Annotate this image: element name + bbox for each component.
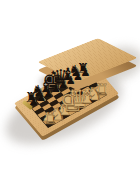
piece-white-pawn-g2: ♟ [49,106,60,118]
piece-black-pawn-d7: ♟ [58,79,68,90]
piece-white-pawn-b2: ♟ [86,86,97,98]
piece-white-pawn-f2: ♟ [57,102,68,114]
piece-black-rook-h8: ♜ [25,90,37,104]
piece-black-pawn-g7: ♟ [36,91,46,102]
piece-black-pawn-b7: ♟ [73,71,83,82]
piece-black-pawn-h7: ♟ [29,95,39,106]
piece-white-pawn-d2: ♟ [72,94,83,106]
piece-black-knight-b8: ♞ [68,64,82,79]
piece-black-knight-g8: ♞ [32,84,46,99]
piece-white-rook-a1: ♜ [95,82,109,98]
piece-black-pawn-f7: ♟ [44,87,54,98]
piece-white-knight-g1: ♞ [50,105,66,123]
pieces-layer: ♜♞♝♚♛♝♞♜♟♟♟♟♟♟♟♟♟♟♟♟♟♟♟♟♜♞♝♚♛♝♞♜ [0,0,140,187]
piece-white-queen-d1: ♛ [69,86,92,111]
piece-black-bishop-c8: ♝ [60,66,75,83]
piece-black-pawn-e7: ♟ [51,83,61,94]
piece-white-bishop-c1: ♝ [78,87,96,107]
piece-black-king-e8: ♚ [42,68,65,93]
piece-white-knight-b1: ♞ [87,84,103,102]
piece-black-pawn-a7: ♟ [80,66,90,77]
piece-black-queen-d8: ♛ [51,67,70,89]
piece-black-pawn-c7: ♟ [66,75,76,86]
piece-black-bishop-f8: ♝ [38,79,53,96]
product-photo-wooden-chess-set: ♜♞♝♚♛♝♞♜♟♟♟♟♟♟♟♟♟♟♟♟♟♟♟♟♜♞♝♚♛♝♞♜ [0,0,140,187]
piece-white-rook-h1: ♜ [43,111,57,127]
piece-white-pawn-h2: ♟ [42,111,53,123]
piece-white-pawn-e2: ♟ [64,98,75,110]
piece-black-rook-a8: ♜ [77,61,89,75]
piece-white-pawn-a2: ♟ [94,82,105,94]
piece-white-king-e1: ♚ [59,87,85,116]
piece-white-pawn-c2: ♟ [79,90,90,102]
piece-white-bishop-f1: ♝ [56,99,74,119]
